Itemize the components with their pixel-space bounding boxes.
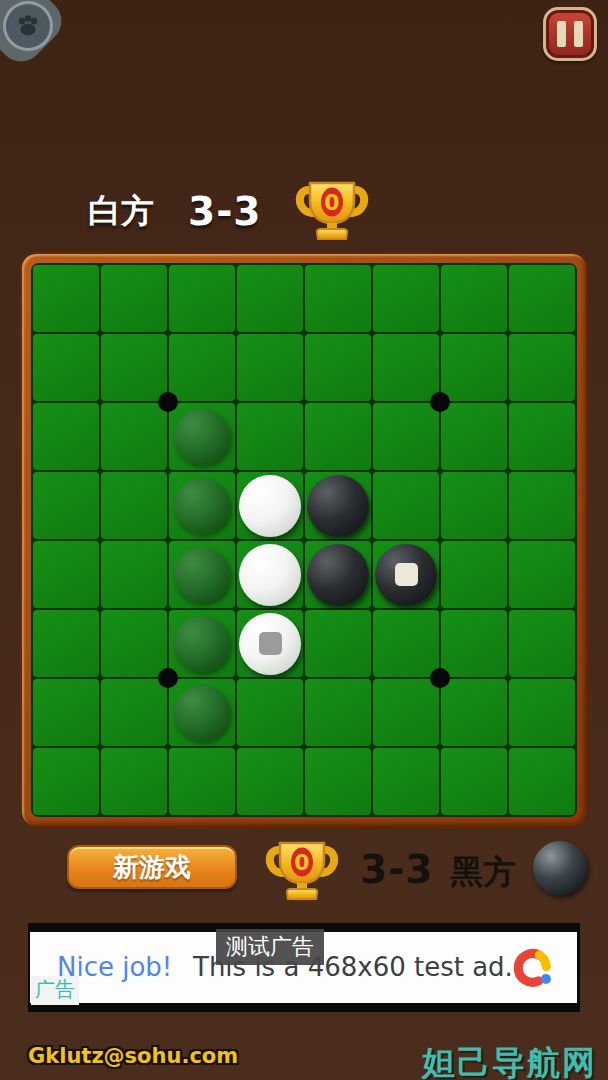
- white-disc: [239, 475, 301, 537]
- score-display-top: 3-3: [188, 189, 261, 234]
- cell-a1[interactable]: [33, 265, 99, 332]
- last-move-marker: [395, 563, 418, 586]
- ad-strip: 测试广告 Nice job! This is a 468x60 test ad.…: [28, 923, 580, 1012]
- cell-d7[interactable]: [237, 679, 303, 746]
- cell-e5[interactable]: [305, 541, 371, 608]
- cell-a7[interactable]: [33, 679, 99, 746]
- white-side-label: 白方: [88, 189, 154, 234]
- cell-f6[interactable]: [373, 610, 439, 677]
- cell-e4[interactable]: [305, 472, 371, 539]
- cell-a8[interactable]: [33, 748, 99, 815]
- trophy-icon: 0: [295, 178, 369, 244]
- cell-g8[interactable]: [441, 748, 507, 815]
- cell-b1[interactable]: [101, 265, 167, 332]
- cell-a4[interactable]: [33, 472, 99, 539]
- cell-b5[interactable]: [101, 541, 167, 608]
- cell-b4[interactable]: [101, 472, 167, 539]
- cell-b7[interactable]: [101, 679, 167, 746]
- cell-g1[interactable]: [441, 265, 507, 332]
- cell-g3[interactable]: [441, 403, 507, 470]
- cell-e6[interactable]: [305, 610, 371, 677]
- paw-icon: [3, 1, 53, 51]
- cell-c1[interactable]: [169, 265, 235, 332]
- pause-button[interactable]: [543, 7, 597, 61]
- white-win-count: 0: [325, 190, 340, 215]
- cell-g4[interactable]: [441, 472, 507, 539]
- legal-move-hint[interactable]: [174, 547, 230, 603]
- star-point: [430, 668, 450, 688]
- cell-c8[interactable]: [169, 748, 235, 815]
- site-watermark: 妲己导航网: [422, 1041, 597, 1080]
- cell-d2[interactable]: [237, 334, 303, 401]
- new-game-button[interactable]: 新游戏: [67, 845, 237, 889]
- ad-test-badge: 测试广告: [216, 929, 324, 965]
- cell-g5[interactable]: [441, 541, 507, 608]
- ad-tag: 广告: [31, 976, 79, 1005]
- contact-email: Gklutz@sohu.com: [28, 1044, 238, 1068]
- cell-c3[interactable]: [169, 403, 235, 470]
- cell-a3[interactable]: [33, 403, 99, 470]
- cell-f1[interactable]: [373, 265, 439, 332]
- cell-c2[interactable]: [169, 334, 235, 401]
- cell-h7[interactable]: [509, 679, 575, 746]
- cell-b2[interactable]: [101, 334, 167, 401]
- cell-g2[interactable]: [441, 334, 507, 401]
- cell-d3[interactable]: [237, 403, 303, 470]
- pause-icon: [557, 21, 566, 47]
- cell-a5[interactable]: [33, 541, 99, 608]
- cell-c6[interactable]: [169, 610, 235, 677]
- cell-b8[interactable]: [101, 748, 167, 815]
- cell-e8[interactable]: [305, 748, 371, 815]
- star-point: [158, 668, 178, 688]
- cell-b3[interactable]: [101, 403, 167, 470]
- board-frame: [20, 252, 588, 828]
- cell-h6[interactable]: [509, 610, 575, 677]
- cell-a6[interactable]: [33, 610, 99, 677]
- cell-f4[interactable]: [373, 472, 439, 539]
- cell-c4[interactable]: [169, 472, 235, 539]
- cell-c5[interactable]: [169, 541, 235, 608]
- pause-icon: [574, 21, 583, 47]
- black-score-panel: 新游戏 0 3-3 黑方: [0, 836, 608, 906]
- cell-h8[interactable]: [509, 748, 575, 815]
- cell-f7[interactable]: [373, 679, 439, 746]
- cell-g6[interactable]: [441, 610, 507, 677]
- cell-d6[interactable]: [237, 610, 303, 677]
- black-turn-disc: [533, 841, 587, 895]
- cell-h2[interactable]: [509, 334, 575, 401]
- trophy-icon: 0: [265, 838, 339, 904]
- cell-h1[interactable]: [509, 265, 575, 332]
- board-grid: [31, 263, 577, 817]
- cell-h5[interactable]: [509, 541, 575, 608]
- cell-h3[interactable]: [509, 403, 575, 470]
- cell-f8[interactable]: [373, 748, 439, 815]
- admob-icon[interactable]: [510, 945, 556, 991]
- cell-e1[interactable]: [305, 265, 371, 332]
- legal-move-hint[interactable]: [174, 478, 230, 534]
- last-move-marker: [259, 632, 282, 655]
- black-disc: [375, 544, 437, 606]
- legal-move-hint[interactable]: [174, 409, 230, 465]
- cell-a2[interactable]: [33, 334, 99, 401]
- legal-move-hint[interactable]: [174, 616, 230, 672]
- black-win-count: 0: [294, 850, 309, 875]
- cell-e7[interactable]: [305, 679, 371, 746]
- legal-move-hint[interactable]: [174, 685, 230, 741]
- cell-d1[interactable]: [237, 265, 303, 332]
- cell-f3[interactable]: [373, 403, 439, 470]
- black-disc: [307, 475, 369, 537]
- black-side-label: 黑方: [450, 850, 516, 895]
- cell-c7[interactable]: [169, 679, 235, 746]
- cell-d5[interactable]: [237, 541, 303, 608]
- game-screen: 白方 3-3 0 新游戏: [0, 0, 608, 1080]
- cell-f5[interactable]: [373, 541, 439, 608]
- cell-b6[interactable]: [101, 610, 167, 677]
- cell-g7[interactable]: [441, 679, 507, 746]
- cell-d8[interactable]: [237, 748, 303, 815]
- star-point: [158, 392, 178, 412]
- cell-e3[interactable]: [305, 403, 371, 470]
- score-display-bottom: 3-3: [360, 847, 433, 892]
- white-disc: [239, 613, 301, 675]
- black-disc: [307, 544, 369, 606]
- app-logo[interactable]: [0, 0, 62, 62]
- cell-e2[interactable]: [305, 334, 371, 401]
- white-score-panel: 白方 3-3 0: [88, 178, 369, 244]
- star-point: [430, 392, 450, 412]
- cell-d4[interactable]: [237, 472, 303, 539]
- cell-f2[interactable]: [373, 334, 439, 401]
- white-disc: [239, 544, 301, 606]
- cell-h4[interactable]: [509, 472, 575, 539]
